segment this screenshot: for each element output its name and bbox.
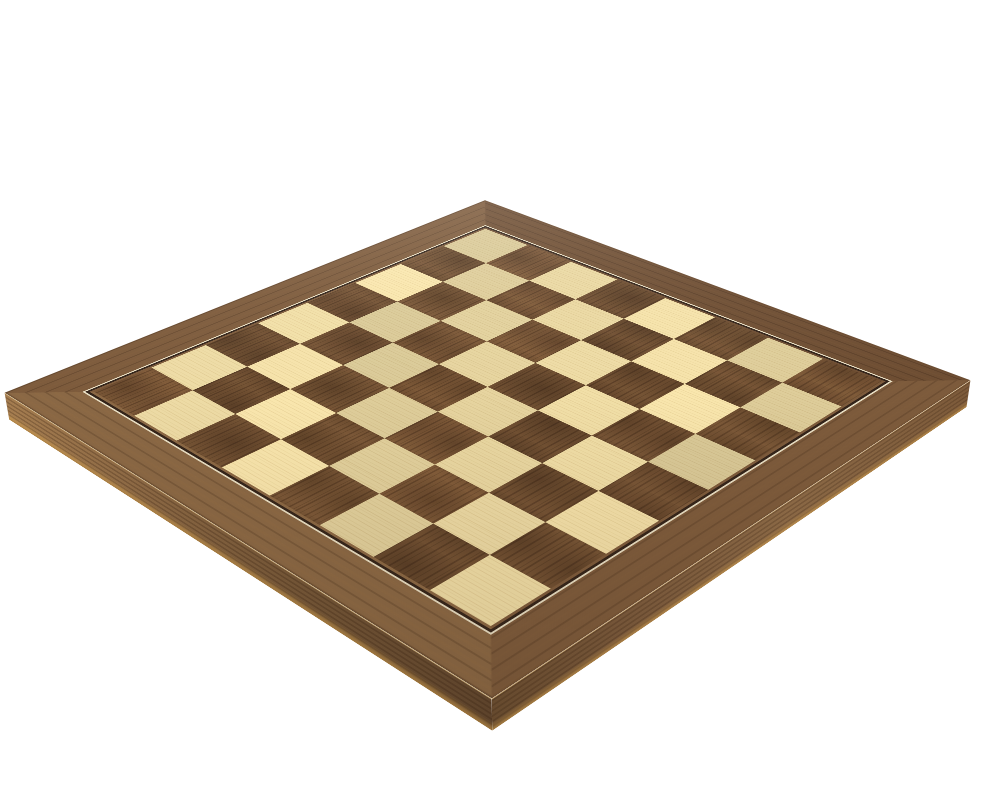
square-e1 bbox=[269, 465, 379, 524]
square-d2 bbox=[280, 412, 384, 465]
square-h1 bbox=[430, 555, 550, 626]
square-g3 bbox=[488, 463, 598, 522]
square-h2 bbox=[489, 522, 605, 589]
square-g1 bbox=[373, 523, 489, 590]
square-h4 bbox=[598, 461, 708, 520]
square-f5 bbox=[538, 385, 639, 435]
square-e3 bbox=[384, 411, 488, 464]
square-h3 bbox=[545, 491, 658, 554]
product-photo bbox=[0, 0, 1000, 800]
square-f1 bbox=[319, 493, 432, 556]
square-g2 bbox=[432, 492, 545, 555]
square-e2 bbox=[328, 437, 435, 493]
square-d1 bbox=[221, 439, 328, 495]
square-h7 bbox=[740, 382, 841, 432]
square-h6 bbox=[695, 407, 799, 460]
square-c2 bbox=[235, 389, 336, 439]
square-e4 bbox=[437, 386, 538, 436]
square-f3 bbox=[435, 436, 542, 492]
square-c1 bbox=[176, 414, 280, 467]
square-h5 bbox=[648, 433, 755, 489]
square-f4 bbox=[488, 410, 592, 463]
square-b1 bbox=[134, 390, 235, 440]
board-top-surface bbox=[4, 200, 970, 698]
square-g4 bbox=[541, 435, 648, 491]
chess-board bbox=[4, 200, 970, 698]
perspective-scene bbox=[0, 0, 1000, 800]
square-g5 bbox=[591, 408, 695, 461]
square-g6 bbox=[639, 383, 740, 433]
square-f2 bbox=[379, 464, 489, 523]
square-d3 bbox=[336, 387, 437, 437]
playing-field bbox=[93, 228, 881, 625]
